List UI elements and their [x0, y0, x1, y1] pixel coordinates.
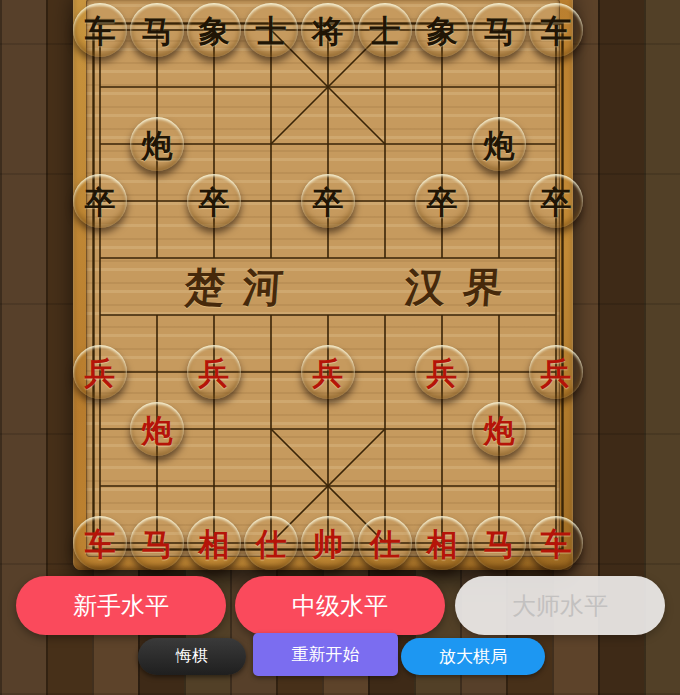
zoom-board-button[interactable]: 放大棋局 [401, 638, 545, 675]
piece-black-chariot[interactable]: 车 [529, 3, 583, 57]
piece-black-horse[interactable]: 马 [472, 3, 526, 57]
piece-black-soldier[interactable]: 卒 [187, 174, 241, 228]
piece-red-cannon[interactable]: 炮 [130, 402, 184, 456]
piece-black-cannon[interactable]: 炮 [130, 117, 184, 171]
piece-black-elephant[interactable]: 象 [415, 3, 469, 57]
piece-black-cannon[interactable]: 炮 [472, 117, 526, 171]
piece-black-soldier[interactable]: 卒 [529, 174, 583, 228]
piece-red-general[interactable]: 帅 [301, 516, 355, 570]
piece-red-advisor[interactable]: 仕 [244, 516, 298, 570]
piece-red-horse[interactable]: 马 [472, 516, 526, 570]
xiangqi-app: 楚河 汉界 车马象士将士象马车炮炮卒卒卒卒卒兵兵兵兵兵炮炮车马相仕帅仕相马车 新… [0, 0, 680, 695]
piece-black-advisor[interactable]: 士 [358, 3, 412, 57]
piece-red-chariot[interactable]: 车 [73, 516, 127, 570]
piece-red-elephant[interactable]: 相 [415, 516, 469, 570]
undo-move-button[interactable]: 悔棋 [138, 638, 246, 675]
piece-black-chariot[interactable]: 车 [73, 3, 127, 57]
piece-red-elephant[interactable]: 相 [187, 516, 241, 570]
piece-black-soldier[interactable]: 卒 [301, 174, 355, 228]
piece-black-general[interactable]: 将 [301, 3, 355, 57]
piece-red-soldier[interactable]: 兵 [529, 345, 583, 399]
piece-red-soldier[interactable]: 兵 [415, 345, 469, 399]
novice-level-button[interactable]: 新手水平 [16, 576, 226, 635]
piece-red-soldier[interactable]: 兵 [73, 345, 127, 399]
piece-red-soldier[interactable]: 兵 [301, 345, 355, 399]
piece-red-chariot[interactable]: 车 [529, 516, 583, 570]
piece-black-soldier[interactable]: 卒 [73, 174, 127, 228]
piece-red-soldier[interactable]: 兵 [187, 345, 241, 399]
piece-black-elephant[interactable]: 象 [187, 3, 241, 57]
piece-red-advisor[interactable]: 仕 [358, 516, 412, 570]
piece-red-horse[interactable]: 马 [130, 516, 184, 570]
xiangqi-board: 楚河 汉界 车马象士将士象马车炮炮卒卒卒卒卒兵兵兵兵兵炮炮车马相仕帅仕相马车 [73, 0, 573, 570]
restart-button[interactable]: 重新开始 [253, 633, 398, 676]
master-level-button[interactable]: 大师水平 [455, 576, 665, 635]
intermediate-level-button[interactable]: 中级水平 [235, 576, 445, 635]
piece-black-horse[interactable]: 马 [130, 3, 184, 57]
piece-black-advisor[interactable]: 士 [244, 3, 298, 57]
piece-black-soldier[interactable]: 卒 [415, 174, 469, 228]
river-label-han: 汉界 [403, 258, 523, 315]
river-label-chu: 楚河 [183, 258, 303, 315]
piece-red-cannon[interactable]: 炮 [472, 402, 526, 456]
